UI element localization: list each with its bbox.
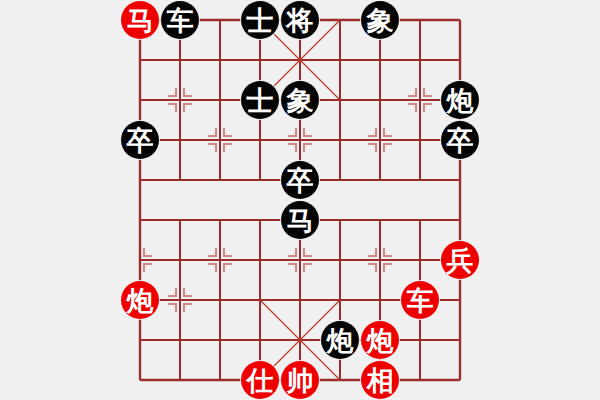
piece-red-cannon[interactable]: 炮 [361,321,399,359]
piece-black-cannon[interactable]: 炮 [321,321,359,359]
piece-red-cannon[interactable]: 炮 [121,281,159,319]
piece-black-chariot[interactable]: 车 [161,1,199,39]
piece-red-horse[interactable]: 马 [121,1,159,39]
piece-black-cannon[interactable]: 炮 [441,81,479,119]
piece-black-advisor[interactable]: 士 [241,81,279,119]
piece-red-general[interactable]: 帅 [281,361,319,399]
piece-black-advisor[interactable]: 士 [241,1,279,39]
piece-black-general[interactable]: 将 [281,1,319,39]
piece-black-elephant[interactable]: 象 [361,1,399,39]
piece-black-elephant[interactable]: 象 [281,81,319,119]
piece-black-soldier[interactable]: 卒 [441,121,479,159]
piece-red-soldier[interactable]: 兵 [441,241,479,279]
board-intersections[interactable]: 马车士将象士象炮卒卒卒马兵炮车炮炮仕帅相 [120,0,480,400]
xiangqi-board: 马车士将象士象炮卒卒卒马兵炮车炮炮仕帅相 [120,0,480,400]
piece-red-advisor[interactable]: 仕 [241,361,279,399]
xiangqi-app: { "game": "xiangqi", "position": { "fen"… [0,0,600,400]
piece-black-soldier[interactable]: 卒 [121,121,159,159]
piece-black-soldier[interactable]: 卒 [281,161,319,199]
piece-red-chariot[interactable]: 车 [401,281,439,319]
piece-red-elephant[interactable]: 相 [361,361,399,399]
piece-black-horse[interactable]: 马 [281,201,319,239]
